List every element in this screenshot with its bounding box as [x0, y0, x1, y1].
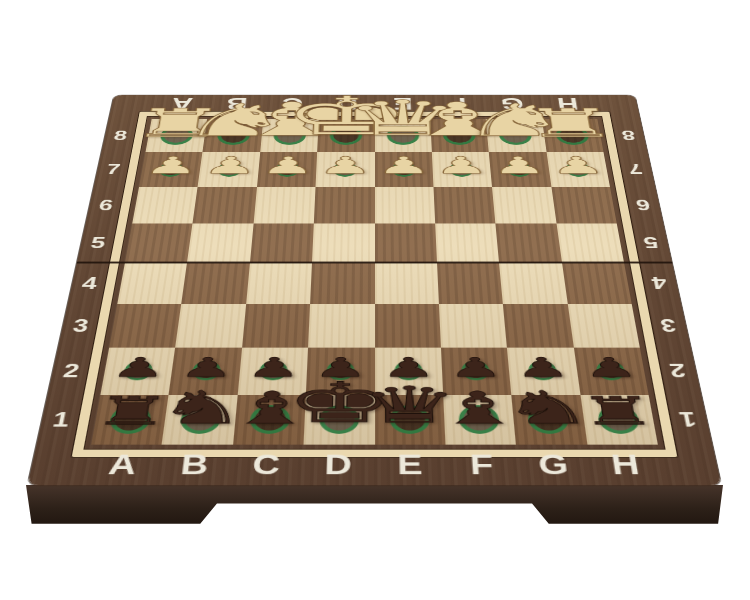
square-b5[interactable]: [187, 224, 253, 263]
square-h3[interactable]: [567, 304, 639, 348]
square-g3[interactable]: [503, 304, 573, 348]
square-f4[interactable]: [437, 263, 503, 304]
chess-board: AABBCCDDEEFFGGHH8877665544332211 ♜♞♝♚♛♝♞…: [28, 95, 722, 485]
square-b4[interactable]: [182, 263, 250, 304]
square-c5[interactable]: [250, 224, 314, 263]
square-g4[interactable]: [499, 263, 567, 304]
board-base-and-feet: [26, 485, 723, 529]
piece-glyph: ♟: [483, 154, 672, 177]
chess-set-photo: AABBCCDDEEFFGGHH8877665544332211 ♜♞♝♚♛♝♞…: [0, 0, 750, 600]
file-label-bottom-G: G: [517, 449, 593, 481]
file-label-bottom-H: H: [588, 449, 665, 481]
square-d6[interactable]: [314, 187, 375, 224]
square-a5[interactable]: [125, 224, 193, 263]
square-b3[interactable]: [175, 304, 245, 348]
square-f5[interactable]: [435, 224, 499, 263]
square-h4[interactable]: [562, 263, 632, 304]
square-h6[interactable]: [551, 187, 617, 224]
square-d3[interactable]: [308, 304, 374, 348]
square-a6[interactable]: [132, 187, 198, 224]
file-label-bottom-B: B: [157, 449, 233, 481]
square-c4[interactable]: [246, 263, 312, 304]
file-label-bottom-C: C: [229, 449, 303, 481]
square-a3[interactable]: [109, 304, 181, 348]
square-h5[interactable]: [556, 224, 624, 263]
rank-label-right-3: 3: [646, 304, 691, 348]
square-e3[interactable]: [375, 304, 441, 348]
square-e5[interactable]: [375, 224, 437, 263]
rank-label-right-6: 6: [623, 187, 663, 224]
file-label-bottom-F: F: [446, 449, 520, 481]
square-e6[interactable]: [375, 187, 436, 224]
square-f3[interactable]: [439, 304, 507, 348]
square-f6[interactable]: [433, 187, 495, 224]
file-label-bottom-E: E: [375, 449, 448, 481]
felt-base: [389, 405, 430, 434]
file-label-bottom-D: D: [302, 449, 375, 481]
square-b6[interactable]: [193, 187, 257, 224]
square-d5[interactable]: [312, 224, 374, 263]
square-c6[interactable]: [253, 187, 315, 224]
square-g5[interactable]: [496, 224, 562, 263]
rank-label-right-5: 5: [630, 224, 672, 263]
rank-label-right-4: 4: [638, 263, 681, 304]
square-e4[interactable]: [375, 263, 439, 304]
hinge-seam: [77, 262, 672, 264]
square-c3[interactable]: [242, 304, 310, 348]
square-d4[interactable]: [310, 263, 374, 304]
file-label-bottom-A: A: [84, 449, 161, 481]
square-a4[interactable]: [117, 263, 187, 304]
square-g6[interactable]: [492, 187, 556, 224]
piece-glyph: ♜: [479, 104, 665, 143]
felt-base: [394, 361, 423, 381]
